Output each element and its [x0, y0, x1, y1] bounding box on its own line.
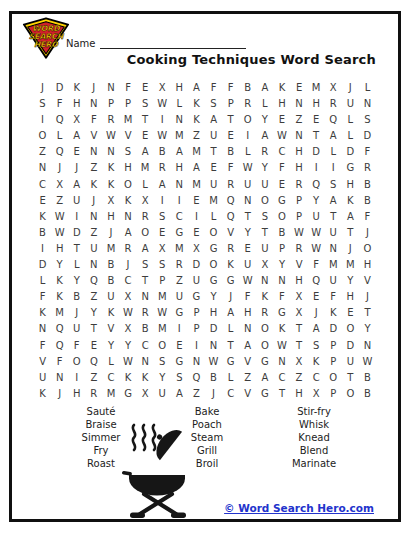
grid-cell: E	[34, 193, 51, 209]
grid-cell: P	[325, 386, 342, 402]
grid-cell: Y	[308, 193, 325, 209]
grid-cell: A	[171, 144, 188, 160]
grid-cell: L	[68, 257, 85, 273]
grid-cell: V	[85, 128, 102, 144]
grid-cell: R	[137, 209, 154, 225]
grid-cell: S	[154, 209, 171, 225]
grid-cell: H	[205, 305, 222, 321]
grid-cell: T	[137, 273, 154, 289]
grid-cell: N	[85, 209, 102, 225]
grid-cell: B	[154, 144, 171, 160]
grid-cell: J	[222, 289, 239, 305]
grid-cell: Q	[222, 193, 239, 209]
grid-cell: F	[85, 112, 102, 128]
name-row: Name	[66, 37, 246, 49]
grid-cell: N	[239, 321, 256, 337]
grid-cell: E	[222, 128, 239, 144]
grid-cell: R	[137, 305, 154, 321]
grid-cell: N	[85, 96, 102, 112]
grid-cell: O	[137, 225, 154, 241]
grid-cell: Z	[34, 144, 51, 160]
grid-cell: A	[171, 386, 188, 402]
grid-cell: H	[102, 209, 119, 225]
grid-cell: C	[34, 177, 51, 193]
grid-cell: R	[102, 112, 119, 128]
grid-cell: P	[325, 338, 342, 354]
grid-cell: T	[291, 321, 308, 337]
grid-cell: W	[120, 354, 137, 370]
grid-cell: Z	[85, 225, 102, 241]
grid-cell: A	[188, 80, 205, 96]
grid-cell: F	[222, 160, 239, 176]
logo-text-hero: HERO	[34, 40, 60, 49]
grid-cell: D	[51, 80, 68, 96]
grid-cell: K	[188, 112, 205, 128]
grid-cell: K	[325, 305, 342, 321]
grid-cell: Z	[239, 370, 256, 386]
grid-cell: C	[222, 386, 239, 402]
grid-cell: K	[120, 193, 137, 209]
grid-cell: Q	[308, 177, 325, 193]
grid-cell: L	[342, 128, 359, 144]
grid-cell: Y	[256, 160, 273, 176]
grid-cell: O	[68, 354, 85, 370]
grid-cell: A	[137, 144, 154, 160]
grid-cell: F	[205, 80, 222, 96]
grid-cell: A	[188, 160, 205, 176]
grid-cell: W	[273, 338, 290, 354]
grid-cell: K	[85, 177, 102, 193]
puzzle-sheet: WORD SEARCH HERO Name Cooking Techniques…	[9, 11, 401, 522]
grid-cell: L	[171, 96, 188, 112]
grid-cell: P	[325, 354, 342, 370]
grid-cell: A	[222, 305, 239, 321]
word-search-hero-logo-icon: WORD SEARCH HERO	[22, 17, 70, 59]
grid-cell: U	[205, 128, 222, 144]
grid-cell: F	[51, 96, 68, 112]
grid-cell: B	[359, 193, 376, 209]
grid-cell: W	[308, 225, 325, 241]
grid-cell: U	[239, 257, 256, 273]
grid-cell: K	[273, 321, 290, 337]
grid-cell: L	[51, 128, 68, 144]
grid-cell: C	[102, 370, 119, 386]
grid-cell: K	[120, 370, 137, 386]
grid-cell: Y	[120, 338, 137, 354]
grid-cell: R	[154, 160, 171, 176]
grid-cell: E	[85, 338, 102, 354]
grid-cell: H	[291, 273, 308, 289]
grid-cell: K	[51, 289, 68, 305]
grid-cell: F	[68, 338, 85, 354]
grid-cell: T	[68, 241, 85, 257]
grid-cell: K	[308, 354, 325, 370]
grid-cell: K	[34, 209, 51, 225]
grid-cell: T	[325, 209, 342, 225]
grid-cell: J	[85, 193, 102, 209]
grid-cell: I	[308, 160, 325, 176]
grid-cell: U	[154, 386, 171, 402]
grid-cell: U	[342, 354, 359, 370]
grid-cell: I	[68, 370, 85, 386]
grid-cell: P	[102, 96, 119, 112]
grid-cell: N	[291, 128, 308, 144]
grid-cell: U	[34, 370, 51, 386]
grid-cell: Q	[85, 273, 102, 289]
grid-cell: Y	[68, 273, 85, 289]
grid-cell: S	[154, 257, 171, 273]
grid-cell: W	[120, 305, 137, 321]
grid-cell: A	[120, 225, 137, 241]
grid-cell: W	[154, 128, 171, 144]
grid-cell: N	[34, 321, 51, 337]
grid-cell: H	[291, 160, 308, 176]
grid-cell: C	[137, 338, 154, 354]
grid-cell: W	[102, 128, 119, 144]
grid-cell: E	[342, 305, 359, 321]
grid-cell: J	[359, 289, 376, 305]
name-label: Name	[66, 38, 96, 49]
grid-cell: E	[137, 80, 154, 96]
grid-cell: Q	[325, 112, 342, 128]
grid-cell: V	[222, 225, 239, 241]
grid-cell: U	[205, 177, 222, 193]
grid-cell: G	[222, 354, 239, 370]
grid-cell: W	[239, 160, 256, 176]
grid-cell: X	[137, 386, 154, 402]
grid-cell: L	[359, 80, 376, 96]
grid-cell: N	[137, 289, 154, 305]
grid-cell: W	[154, 305, 171, 321]
grid-cell: P	[273, 241, 290, 257]
grid-cell: T	[205, 144, 222, 160]
grid-cell: G	[342, 160, 359, 176]
grid-cell: C	[273, 144, 290, 160]
grid-cell: Q	[308, 273, 325, 289]
grid-cell: Z	[291, 112, 308, 128]
grid-cell: U	[68, 321, 85, 337]
grid-cell: K	[222, 257, 239, 273]
grid-cell: W	[51, 209, 68, 225]
grid-cell: J	[68, 305, 85, 321]
grid-cell: G	[205, 273, 222, 289]
grid-cell: S	[308, 338, 325, 354]
grid-cell: D	[325, 321, 342, 337]
grid-cell: D	[359, 128, 376, 144]
grid-cell: I	[171, 321, 188, 337]
grid-cell: J	[34, 80, 51, 96]
grid-cell: G	[273, 193, 290, 209]
grid-cell: S	[137, 257, 154, 273]
grid-cell: R	[359, 160, 376, 176]
grid-cell: G	[188, 289, 205, 305]
grid-cell: Y	[51, 257, 68, 273]
grid-cell: H	[239, 305, 256, 321]
grid-cell: N	[85, 144, 102, 160]
grid-cell: N	[256, 273, 273, 289]
grid-cell: H	[291, 144, 308, 160]
grid-cell: I	[171, 193, 188, 209]
grid-cell: K	[342, 193, 359, 209]
grid-cell: T	[291, 338, 308, 354]
grid-cell: V	[239, 386, 256, 402]
grid-cell: L	[342, 112, 359, 128]
grid-cell: M	[188, 144, 205, 160]
grid-cell: W	[205, 354, 222, 370]
grid-cell: L	[205, 209, 222, 225]
grid-cell: S	[137, 96, 154, 112]
grid-cell: M	[205, 193, 222, 209]
grid-cell: E	[239, 241, 256, 257]
grid-cell: J	[51, 160, 68, 176]
grid-cell: K	[102, 177, 119, 193]
grid-cell: X	[154, 80, 171, 96]
grid-cell: I	[239, 128, 256, 144]
grid-cell: P	[120, 96, 137, 112]
grid-cell: X	[256, 257, 273, 273]
grid-cell: L	[34, 273, 51, 289]
grid-cell: I	[325, 160, 342, 176]
grid-cell: W	[51, 225, 68, 241]
grid-cell: J	[342, 80, 359, 96]
grid-cell: D	[342, 144, 359, 160]
letter-grid: JDKJNFEXHAFFBAKEMXJLSFHNPPSWLKSPRLHNHRUN…	[34, 80, 376, 402]
grid-cell: I	[188, 338, 205, 354]
grid-cell: H	[273, 96, 290, 112]
grid-cell: M	[171, 128, 188, 144]
grid-cell: U	[342, 96, 359, 112]
grid-cell: K	[102, 160, 119, 176]
grid-cell: L	[239, 144, 256, 160]
grid-cell: O	[359, 241, 376, 257]
grid-cell: Y	[85, 305, 102, 321]
grid-cell: D	[205, 321, 222, 337]
grid-cell: A	[137, 241, 154, 257]
word-list-item: Marinate	[258, 457, 370, 470]
grid-cell: R	[239, 96, 256, 112]
grid-cell: I	[154, 193, 171, 209]
grid-cell: R	[222, 177, 239, 193]
grid-cell: M	[102, 386, 119, 402]
grid-cell: Z	[85, 289, 102, 305]
grid-cell: K	[273, 80, 290, 96]
grid-cell: C	[120, 273, 137, 289]
grid-cell: Z	[291, 370, 308, 386]
grid-cell: Q	[51, 321, 68, 337]
grid-cell: R	[85, 386, 102, 402]
grid-cell: G	[171, 354, 188, 370]
grid-cell: R	[291, 177, 308, 193]
grid-cell: V	[239, 354, 256, 370]
grid-cell: F	[239, 289, 256, 305]
grid-cell: T	[222, 338, 239, 354]
grid-cell: J	[359, 225, 376, 241]
grid-cell: N	[359, 338, 376, 354]
grid-cell: H	[68, 386, 85, 402]
grid-cell: Z	[188, 128, 205, 144]
grid-cell: R	[171, 257, 188, 273]
grid-cell: W	[291, 225, 308, 241]
grid-cell: T	[273, 386, 290, 402]
grid-cell: W	[239, 273, 256, 289]
grid-cell: O	[342, 321, 359, 337]
grid-cell: O	[256, 193, 273, 209]
grid-cell: H	[359, 257, 376, 273]
grid-cell: J	[68, 160, 85, 176]
grid-cell: F	[325, 289, 342, 305]
grid-cell: D	[308, 144, 325, 160]
grid-cell: Y	[273, 257, 290, 273]
grid-cell: A	[308, 321, 325, 337]
grid-cell: H	[291, 386, 308, 402]
grid-cell: O	[256, 321, 273, 337]
grid-cell: Y	[342, 273, 359, 289]
grid-cell: U	[256, 177, 273, 193]
grid-cell: F	[34, 338, 51, 354]
grid-cell: H	[68, 96, 85, 112]
grid-cell: X	[120, 289, 137, 305]
grid-cell: I	[34, 112, 51, 128]
grid-cell: M	[154, 321, 171, 337]
grid-cell: T	[239, 209, 256, 225]
grid-cell: Z	[85, 160, 102, 176]
grid-cell: B	[102, 273, 119, 289]
grid-cell: S	[205, 96, 222, 112]
grid-cell: V	[102, 321, 119, 337]
grid-cell: H	[308, 96, 325, 112]
grid-cell: A	[154, 177, 171, 193]
word-list-column-3: Stir-fryWhiskKneadBlendMarinate	[258, 405, 370, 470]
grid-cell: W	[154, 96, 171, 112]
grid-cell: M	[342, 257, 359, 273]
grid-cell: D	[342, 338, 359, 354]
grid-cell: E	[273, 112, 290, 128]
grid-cell: B	[273, 225, 290, 241]
grid-cell: E	[171, 338, 188, 354]
grid-cell: O	[239, 112, 256, 128]
grid-cell: N	[171, 177, 188, 193]
grid-cell: I	[188, 209, 205, 225]
grid-cell: O	[205, 257, 222, 273]
grid-cell: E	[188, 193, 205, 209]
grid-cell: N	[291, 96, 308, 112]
grid-cell: M	[137, 160, 154, 176]
word-search-hero-link[interactable]: © Word Search Hero.com	[224, 502, 374, 514]
grid-cell: E	[154, 225, 171, 241]
grid-cell: K	[68, 80, 85, 96]
grid-cell: Z	[171, 273, 188, 289]
grid-cell: K	[34, 386, 51, 402]
grid-cell: I	[154, 112, 171, 128]
grid-cell: U	[188, 273, 205, 289]
grid-cell: L	[222, 321, 239, 337]
grid-cell: F	[359, 209, 376, 225]
grid-cell: U	[239, 177, 256, 193]
grid-cell: Q	[222, 209, 239, 225]
grid-cell: A	[205, 112, 222, 128]
grid-cell: T	[359, 305, 376, 321]
grid-cell: N	[359, 96, 376, 112]
grid-cell: K	[256, 289, 273, 305]
grid-cell: Y	[154, 370, 171, 386]
grid-cell: Z	[188, 386, 205, 402]
word-list-item: Whisk	[258, 418, 370, 431]
grid-cell: B	[137, 321, 154, 337]
grid-cell: W	[308, 241, 325, 257]
grid-cell: B	[102, 257, 119, 273]
grid-cell: G	[205, 241, 222, 257]
grid-cell: L	[137, 177, 154, 193]
grid-cell: H	[51, 241, 68, 257]
grid-cell: F	[308, 257, 325, 273]
grid-cell: C	[171, 209, 188, 225]
grid-cell: B	[205, 370, 222, 386]
grid-cell: F	[34, 289, 51, 305]
grid-cell: T	[85, 321, 102, 337]
grid-cell: A	[325, 193, 342, 209]
grid-cell: Q	[51, 144, 68, 160]
grid-cell: O	[325, 370, 342, 386]
grid-cell: D	[34, 257, 51, 273]
grid-cell: N	[102, 80, 119, 96]
grid-cell: S	[256, 209, 273, 225]
grid-cell: X	[188, 241, 205, 257]
grid-cell: M	[308, 80, 325, 96]
grid-cell: P	[222, 96, 239, 112]
grid-cell: X	[51, 177, 68, 193]
grid-cell: J	[85, 80, 102, 96]
grid-cell: O	[120, 177, 137, 193]
grid-cell: B	[34, 225, 51, 241]
grid-cell: Y	[256, 112, 273, 128]
grid-cell: G	[120, 386, 137, 402]
grid-cell: H	[342, 289, 359, 305]
grid-cell: A	[68, 128, 85, 144]
grid-cell: M	[120, 112, 137, 128]
grid-cell: X	[325, 80, 342, 96]
grid-cell: O	[34, 128, 51, 144]
grid-cell: T	[256, 225, 273, 241]
grid-cell: E	[273, 177, 290, 193]
grid-cell: B	[359, 386, 376, 402]
grid-cell: J	[342, 241, 359, 257]
grid-cell: L	[222, 370, 239, 386]
grid-cell: G	[222, 273, 239, 289]
grid-cell: S	[120, 144, 137, 160]
grid-cell: W	[359, 354, 376, 370]
grid-cell: U	[308, 209, 325, 225]
grid-cell: U	[102, 289, 119, 305]
grid-cell: R	[120, 241, 137, 257]
grid-cell: F	[51, 354, 68, 370]
grid-cell: S	[154, 354, 171, 370]
grid-cell: R	[222, 241, 239, 257]
grid-cell: I	[34, 241, 51, 257]
grid-cell: L	[256, 96, 273, 112]
grid-cell: T	[222, 112, 239, 128]
grid-cell: X	[291, 354, 308, 370]
grid-cell: B	[359, 177, 376, 193]
grid-cell: M	[171, 241, 188, 257]
grid-cell: Y	[205, 289, 222, 305]
grid-cell: O	[342, 386, 359, 402]
grid-cell: P	[291, 193, 308, 209]
grid-cell: F	[359, 144, 376, 160]
grid-cell: R	[256, 144, 273, 160]
grid-cell: Q	[188, 370, 205, 386]
grid-cell: K	[188, 96, 205, 112]
grid-cell: Q	[51, 112, 68, 128]
